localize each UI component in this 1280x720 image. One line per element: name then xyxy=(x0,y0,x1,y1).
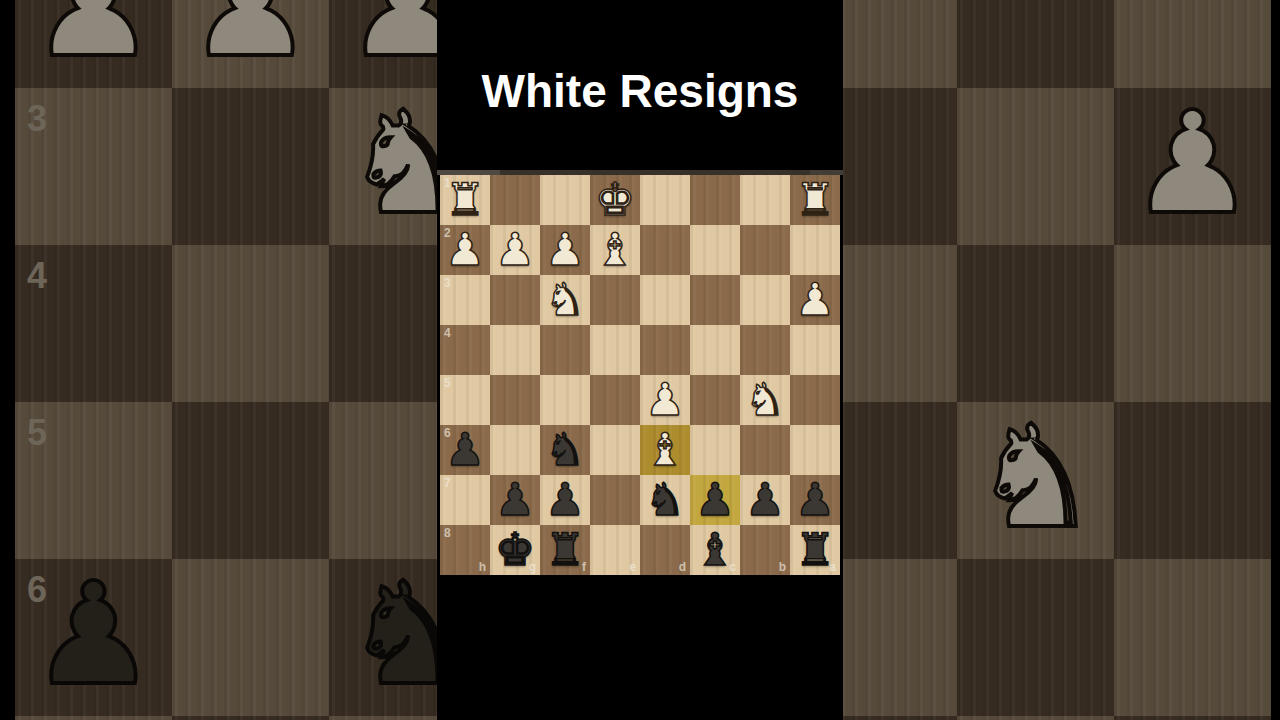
white-bishop-icon[interactable]: ♝ xyxy=(645,427,685,472)
rank-label-7: 7 xyxy=(444,476,451,490)
square-d1[interactable] xyxy=(640,175,690,225)
square-h6[interactable]: 6♟ xyxy=(440,425,490,475)
bg-black-pawn-icon: ♟ xyxy=(30,564,156,705)
bg-white-pawn-icon: ♟ xyxy=(1129,93,1255,234)
bg-square-b7: ♟ xyxy=(957,716,1114,720)
black-knight-icon[interactable]: ♞ xyxy=(645,477,685,522)
square-a1[interactable]: ♜ xyxy=(790,175,840,225)
square-e8[interactable]: e xyxy=(590,525,640,575)
rank-label-6: 6 xyxy=(444,426,451,440)
bg-square-g4 xyxy=(172,245,329,402)
square-c6[interactable] xyxy=(690,425,740,475)
black-pawn-icon[interactable]: ♟ xyxy=(795,477,835,522)
square-c1[interactable] xyxy=(690,175,740,225)
bg-square-g6 xyxy=(172,559,329,716)
bg-square-a5 xyxy=(1114,402,1271,559)
square-a4[interactable] xyxy=(790,325,840,375)
bg-square-h2: 2♟ xyxy=(15,0,172,88)
square-e2[interactable]: ♝ xyxy=(590,225,640,275)
bg-rank-label-6: 6 xyxy=(27,569,47,611)
square-b6[interactable] xyxy=(740,425,790,475)
square-d6[interactable]: ♝ xyxy=(640,425,690,475)
bg-square-b6 xyxy=(957,559,1114,716)
white-knight-icon[interactable]: ♞ xyxy=(745,377,785,422)
chessboard: 1♜♚♜2♟♟♟♝3♞♟45♟♞6♟♞♝7♟♟♞♟♟♟8hg♚f♜edc♝ba♜ xyxy=(440,175,840,575)
bg-square-g3 xyxy=(172,88,329,245)
square-a2[interactable] xyxy=(790,225,840,275)
white-knight-icon[interactable]: ♞ xyxy=(545,277,585,322)
bg-square-h3: 3 xyxy=(15,88,172,245)
square-a3[interactable]: ♟ xyxy=(790,275,840,325)
square-f6[interactable]: ♞ xyxy=(540,425,590,475)
bg-rank-label-4: 4 xyxy=(27,255,47,297)
video-frame: 1♜♚♜2♟♟♟♝3♞♟45♟♞6♟♞♝7♟♟♞♟♟♟8♚♜♝♜ White R… xyxy=(0,0,1280,720)
square-b2[interactable] xyxy=(740,225,790,275)
square-g6[interactable] xyxy=(490,425,540,475)
square-g7[interactable]: ♟ xyxy=(490,475,540,525)
square-g2[interactable]: ♟ xyxy=(490,225,540,275)
bg-square-a6 xyxy=(1114,559,1271,716)
square-b7[interactable]: ♟ xyxy=(740,475,790,525)
square-h8[interactable]: 8h xyxy=(440,525,490,575)
bg-square-h5: 5 xyxy=(15,402,172,559)
file-label-h: h xyxy=(479,560,486,574)
bg-white-pawn-icon: ♟ xyxy=(30,0,156,77)
bg-square-b3 xyxy=(957,88,1114,245)
square-f1[interactable] xyxy=(540,175,590,225)
square-h7[interactable]: 7 xyxy=(440,475,490,525)
bg-square-g7: ♟ xyxy=(172,716,329,720)
square-d8[interactable]: d xyxy=(640,525,690,575)
white-pawn-icon[interactable]: ♟ xyxy=(645,377,685,422)
square-c8[interactable]: c♝ xyxy=(690,525,740,575)
square-g5[interactable] xyxy=(490,375,540,425)
black-rook-icon[interactable]: ♜ xyxy=(545,527,585,572)
file-label-e: e xyxy=(629,560,636,574)
square-f8[interactable]: f♜ xyxy=(540,525,590,575)
square-e7[interactable] xyxy=(590,475,640,525)
square-b3[interactable] xyxy=(740,275,790,325)
black-pawn-icon[interactable]: ♟ xyxy=(745,477,785,522)
square-h1[interactable]: 1♜ xyxy=(440,175,490,225)
file-label-a: a xyxy=(829,560,836,574)
rank-label-2: 2 xyxy=(444,226,451,240)
rank-label-4: 4 xyxy=(444,326,451,340)
bg-square-a4 xyxy=(1114,245,1271,402)
square-d2[interactable] xyxy=(640,225,690,275)
square-d3[interactable] xyxy=(640,275,690,325)
square-f4[interactable] xyxy=(540,325,590,375)
bg-rank-label-3: 3 xyxy=(27,98,47,140)
bg-square-h6: 6♟ xyxy=(15,559,172,716)
rank-label-1: 1 xyxy=(444,176,451,190)
square-e3[interactable] xyxy=(590,275,640,325)
square-f2[interactable]: ♟ xyxy=(540,225,590,275)
white-pawn-icon[interactable]: ♟ xyxy=(495,227,535,272)
file-label-d: d xyxy=(679,560,686,574)
file-label-b: b xyxy=(779,560,786,574)
square-e5[interactable] xyxy=(590,375,640,425)
caption-title: White Resigns xyxy=(437,64,843,118)
bg-square-a3: ♟ xyxy=(1114,88,1271,245)
square-c5[interactable] xyxy=(690,375,740,425)
square-a6[interactable] xyxy=(790,425,840,475)
bg-square-a2 xyxy=(1114,0,1271,88)
black-knight-icon[interactable]: ♞ xyxy=(545,427,585,472)
white-pawn-icon[interactable]: ♟ xyxy=(795,277,835,322)
bg-square-b5: ♞ xyxy=(957,402,1114,559)
video-center-panel: White Resigns 1♜♚♜2♟♟♟♝3♞♟45♟♞6♟♞♝7♟♟♞♟♟… xyxy=(437,0,843,720)
bg-square-b2 xyxy=(957,0,1114,88)
square-e6[interactable] xyxy=(590,425,640,475)
bg-square-a7: ♟ xyxy=(1114,716,1271,720)
square-b5[interactable]: ♞ xyxy=(740,375,790,425)
square-c2[interactable] xyxy=(690,225,740,275)
rank-label-3: 3 xyxy=(444,276,451,290)
bg-white-pawn-icon: ♟ xyxy=(187,0,313,77)
bg-white-knight-icon: ♞ xyxy=(972,407,1098,548)
square-a8[interactable]: a♜ xyxy=(790,525,840,575)
square-d5[interactable]: ♟ xyxy=(640,375,690,425)
bg-rank-label-5: 5 xyxy=(27,412,47,454)
black-pawn-icon[interactable]: ♟ xyxy=(495,477,535,522)
square-g3[interactable] xyxy=(490,275,540,325)
file-label-c: c xyxy=(729,560,736,574)
square-c4[interactable] xyxy=(690,325,740,375)
square-d4[interactable] xyxy=(640,325,690,375)
square-c7[interactable]: ♟ xyxy=(690,475,740,525)
file-label-f: f xyxy=(582,560,586,574)
square-b4[interactable] xyxy=(740,325,790,375)
square-c3[interactable] xyxy=(690,275,740,325)
square-b8[interactable]: b xyxy=(740,525,790,575)
square-f5[interactable] xyxy=(540,375,590,425)
bg-square-b4 xyxy=(957,245,1114,402)
bg-square-g2: ♟ xyxy=(172,0,329,88)
square-h5[interactable]: 5 xyxy=(440,375,490,425)
square-h2[interactable]: 2♟ xyxy=(440,225,490,275)
white-king-icon[interactable]: ♚ xyxy=(595,177,635,222)
black-pawn-icon[interactable]: ♟ xyxy=(545,477,585,522)
square-h4[interactable]: 4 xyxy=(440,325,490,375)
square-a7[interactable]: ♟ xyxy=(790,475,840,525)
square-g4[interactable] xyxy=(490,325,540,375)
bg-square-h4: 4 xyxy=(15,245,172,402)
square-f7[interactable]: ♟ xyxy=(540,475,590,525)
white-rook-icon[interactable]: ♜ xyxy=(795,177,835,222)
square-f3[interactable]: ♞ xyxy=(540,275,590,325)
square-g1[interactable] xyxy=(490,175,540,225)
white-pawn-icon[interactable]: ♟ xyxy=(545,227,585,272)
file-label-g: g xyxy=(529,560,536,574)
square-h3[interactable]: 3 xyxy=(440,275,490,325)
rank-label-8: 8 xyxy=(444,526,451,540)
square-b1[interactable] xyxy=(740,175,790,225)
black-pawn-icon[interactable]: ♟ xyxy=(695,477,735,522)
bg-square-h7: 7 xyxy=(15,716,172,720)
square-e4[interactable] xyxy=(590,325,640,375)
square-d7[interactable]: ♞ xyxy=(640,475,690,525)
square-a5[interactable] xyxy=(790,375,840,425)
square-g8[interactable]: g♚ xyxy=(490,525,540,575)
bg-square-g5 xyxy=(172,402,329,559)
square-e1[interactable]: ♚ xyxy=(590,175,640,225)
rank-label-5: 5 xyxy=(444,376,451,390)
white-bishop-icon[interactable]: ♝ xyxy=(595,227,635,272)
